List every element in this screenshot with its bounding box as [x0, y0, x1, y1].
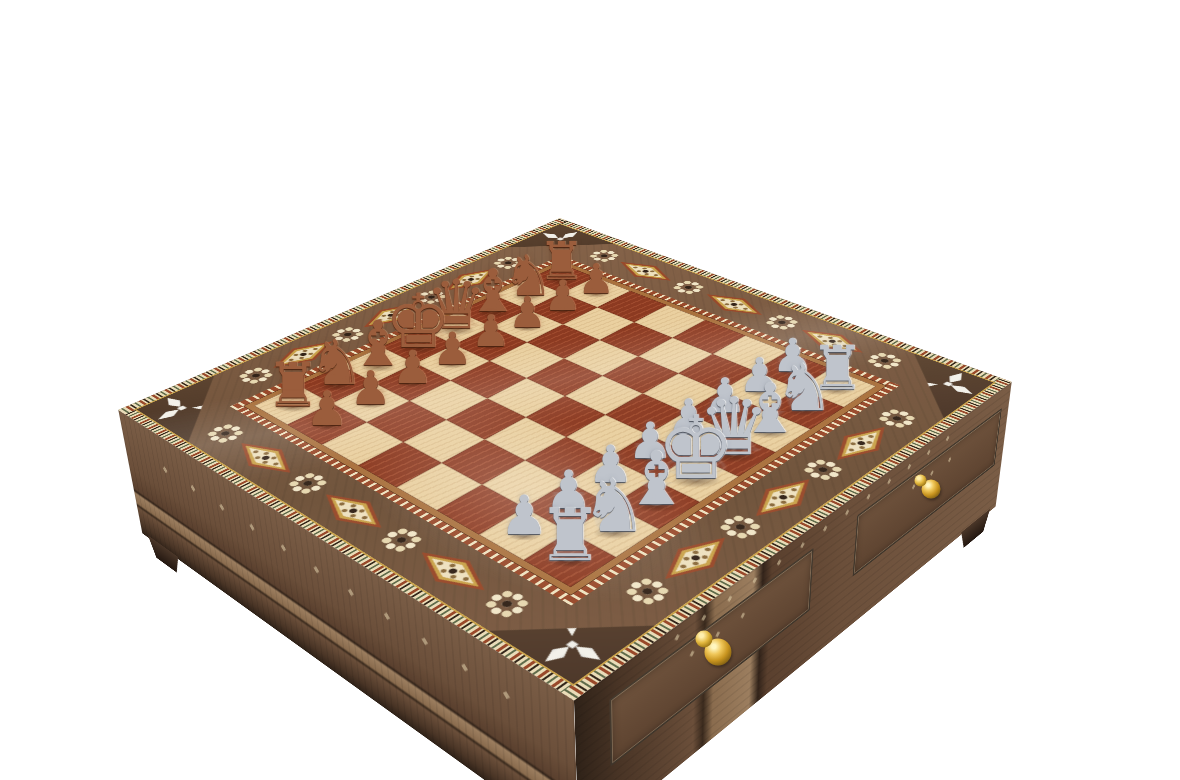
piece-black-pawn[interactable]: ♟	[392, 345, 433, 391]
piece-black-pawn[interactable]: ♟	[306, 385, 349, 433]
piece-black-pawn[interactable]: ♟	[432, 326, 472, 371]
piece-black-pawn[interactable]: ♟	[350, 365, 392, 412]
pieces-overlay: ♜♟♞♟♝♟♛♟♚♟♝♟♟♞♜♟♟♜♞♟♟♝♟♛♟♚♟♝♟♞♟♜	[0, 0, 1180, 780]
piece-white-rook[interactable]: ♜	[537, 499, 602, 571]
brass-drawer-knob[interactable]	[705, 638, 732, 665]
piece-black-pawn[interactable]: ♟	[544, 275, 582, 317]
piece-black-pawn[interactable]: ♟	[578, 259, 615, 300]
piece-black-pawn[interactable]: ♟	[471, 308, 510, 352]
piece-black-pawn[interactable]: ♟	[508, 291, 546, 334]
chess-set-photo: ♜♟♞♟♝♟♛♟♚♟♝♟♟♞♜♟♟♜♞♟♟♝♟♛♟♚♟♝♟♞♟♜	[0, 0, 1180, 780]
brass-drawer-knob[interactable]	[921, 480, 940, 499]
